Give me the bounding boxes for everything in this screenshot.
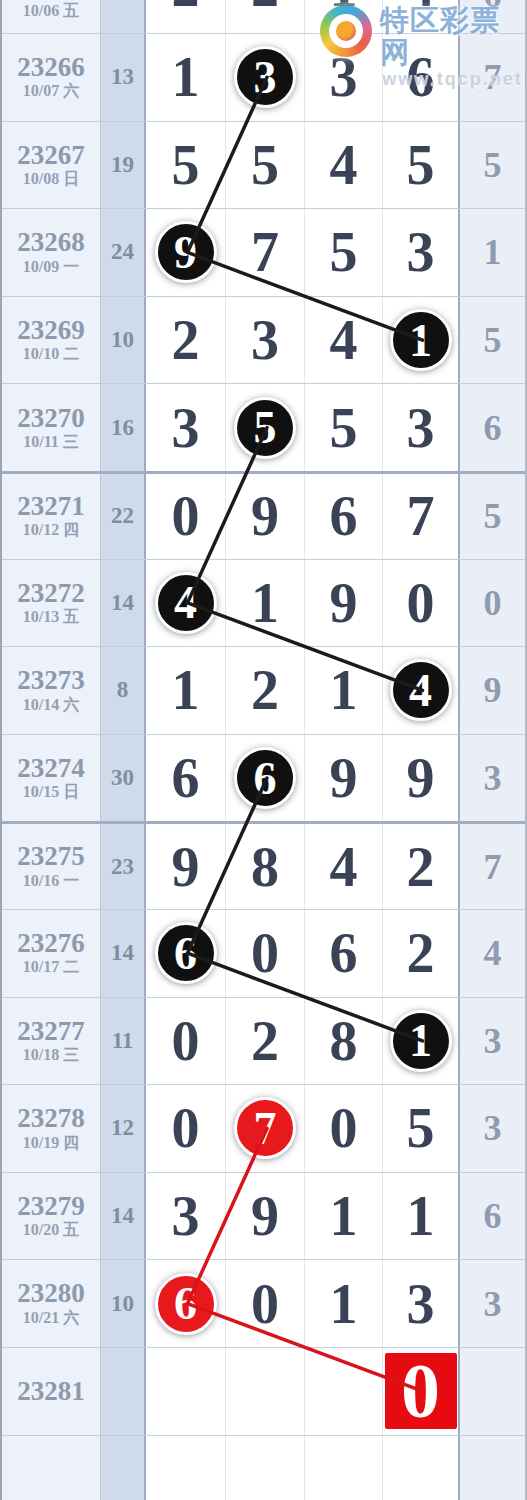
draw-date: 10/19 四	[23, 1133, 79, 1153]
chart-row: 2327510/16 一2398427	[2, 821, 525, 909]
digit-cell: 8	[305, 998, 383, 1085]
draw-date: 10/12 四	[23, 520, 79, 540]
extra-digit-value: 5	[484, 147, 502, 183]
sum-value: 8	[117, 677, 129, 703]
issue-number: 23274	[17, 754, 85, 782]
sum-value: 14	[111, 940, 134, 966]
chart-row: 2327110/12 四2209675	[2, 471, 525, 559]
issue-cell: 2327810/19 四	[2, 1085, 101, 1172]
digit-cell: 5	[146, 122, 226, 209]
digit-value: 1	[330, 662, 358, 718]
red-circle-marker: 6	[155, 1273, 217, 1335]
digit-value: 3	[407, 1276, 435, 1332]
digit-cell: 7	[226, 209, 305, 296]
draw-date: 10/08 日	[23, 169, 79, 189]
draw-date: 10/14 六	[23, 695, 79, 715]
digit-value: 9	[330, 575, 358, 631]
digit-value: 1	[330, 1276, 358, 1332]
digit-cell: 6	[146, 735, 226, 822]
digit-cell: 3	[146, 1173, 226, 1260]
red-square-marker: 0	[385, 1353, 457, 1429]
digit-value: 0	[251, 925, 279, 981]
extra-digit-value: 3	[484, 1286, 502, 1322]
digit-value: 0	[172, 1100, 200, 1156]
sum-cell: 14	[101, 910, 146, 997]
digit-cell	[146, 1436, 226, 1500]
extra-digit-cell: 5	[460, 474, 525, 559]
digit-cell: 6	[305, 474, 383, 559]
draw-date: 10/07 六	[23, 81, 79, 101]
digit-value: 3	[407, 224, 435, 280]
issue-cell: 2327110/12 四	[2, 474, 101, 559]
digit-cell: 2	[146, 0, 226, 33]
extra-digit-value: 3	[484, 760, 502, 796]
sum-cell	[101, 1436, 146, 1500]
sum-cell	[101, 1348, 146, 1435]
chart-row: 2327610/17 二1460624	[2, 909, 525, 997]
digit-cell: 9	[305, 560, 383, 647]
digit-value: 7	[251, 224, 279, 280]
digit-cell: 4	[305, 824, 383, 909]
sum-cell: 10	[101, 297, 146, 384]
draw-date: 10/21 六	[23, 1308, 79, 1328]
black-circle-marker: 6	[155, 922, 217, 984]
issue-number: 23275	[17, 842, 85, 870]
digit-value: 4	[330, 312, 358, 368]
digit-cell: 6	[305, 910, 383, 997]
digit-cell: 3	[305, 34, 383, 121]
extra-digit-value: 3	[484, 1110, 502, 1146]
digit-value: 3	[251, 312, 279, 368]
digit-value: 6	[407, 49, 435, 105]
chart-row: 2326710/08 日1955455	[2, 121, 525, 209]
sum-value: 11	[112, 1028, 134, 1054]
digit-value: 1	[251, 575, 279, 631]
issue-cell	[2, 1436, 101, 1500]
draw-date: 10/18 三	[23, 1045, 79, 1065]
extra-digit-cell: 9	[460, 647, 525, 734]
digit-value: 5	[407, 1100, 435, 1156]
digit-cell: 4	[383, 647, 460, 734]
extra-digit-cell: 5	[460, 122, 525, 209]
digit-value: 4	[330, 839, 358, 895]
digit-value: 5	[330, 400, 358, 456]
extra-digit-value: 7	[484, 59, 502, 95]
issue-number: 23272	[17, 579, 85, 607]
sum-value: 10	[111, 1291, 134, 1317]
digit-value: 9	[172, 839, 200, 895]
issue-cell: 2327210/13 五	[2, 560, 101, 647]
chart-row: 2327310/14 六812149	[2, 646, 525, 734]
extra-digit-cell: 3	[460, 1260, 525, 1347]
lottery-trend-chart: 10/06 五221462326610/07 六13133672326710/0…	[0, 0, 527, 1500]
extra-digit-cell: 7	[460, 824, 525, 909]
digit-cell	[305, 1436, 383, 1500]
digit-cell: 4	[383, 0, 460, 33]
extra-digit-cell: 3	[460, 735, 525, 822]
digit-value: 0	[172, 488, 200, 544]
digit-value: 0	[172, 1013, 200, 1069]
sum-value: 30	[111, 765, 134, 791]
digit-cell: 7	[226, 1085, 305, 1172]
digit-value: 0	[330, 1100, 358, 1156]
black-circle-marker: 3	[234, 46, 296, 108]
issue-number: 23276	[17, 929, 85, 957]
chart-row: 2327010/11 三1635536	[2, 383, 525, 471]
issue-number: 23269	[17, 316, 85, 344]
sum-value: 13	[111, 64, 134, 90]
sum-cell: 12	[101, 1085, 146, 1172]
digit-cell: 6	[146, 1260, 226, 1347]
draw-date: 10/15 日	[23, 782, 79, 802]
black-circle-marker: 4	[390, 659, 452, 721]
digit-cell	[305, 1348, 383, 1435]
digit-cell: 3	[226, 34, 305, 121]
digit-value: 2	[251, 0, 279, 15]
trend-grid: 10/06 五221462326610/07 六13133672326710/0…	[2, 0, 525, 1500]
draw-date: 10/10 二	[23, 344, 79, 364]
digit-cell: 1	[305, 1173, 383, 1260]
digit-cell: 5	[305, 384, 383, 471]
extra-digit-value: 3	[484, 1023, 502, 1059]
digit-cell: 2	[383, 824, 460, 909]
digit-cell: 9	[146, 824, 226, 909]
digit-cell: 0	[226, 910, 305, 997]
digit-cell: 3	[226, 297, 305, 384]
issue-cell: 23281	[2, 1348, 101, 1435]
issue-number: 23271	[17, 492, 85, 520]
digit-cell	[383, 1436, 460, 1500]
digit-cell: 0	[146, 1085, 226, 1172]
digit-cell: 5	[305, 209, 383, 296]
digit-cell: 3	[146, 384, 226, 471]
sum-cell: 22	[101, 474, 146, 559]
sum-cell: 24	[101, 209, 146, 296]
sum-cell: 19	[101, 122, 146, 209]
digit-value: 9	[251, 1188, 279, 1244]
digit-cell: 2	[226, 0, 305, 33]
extra-digit-cell: 6	[460, 384, 525, 471]
digit-cell: 5	[226, 384, 305, 471]
issue-number: 23281	[17, 1377, 85, 1405]
digit-cell: 0	[305, 1085, 383, 1172]
extra-digit-cell	[460, 1348, 525, 1435]
digit-value: 9	[251, 488, 279, 544]
extra-digit-cell	[460, 1436, 525, 1500]
digit-value: 2	[172, 0, 200, 15]
extra-digit-cell: 1	[460, 209, 525, 296]
issue-cell: 2326810/09 一	[2, 209, 101, 296]
sum-value: 14	[111, 1203, 134, 1229]
sum-cell: 23	[101, 824, 146, 909]
digit-cell: 7	[383, 474, 460, 559]
digit-value: 5	[330, 224, 358, 280]
extra-digit-value: 7	[484, 849, 502, 885]
extra-digit-cell: 6	[460, 0, 525, 33]
extra-digit-value: 0	[484, 585, 502, 621]
digit-cell: 2	[383, 910, 460, 997]
chart-row: 2328010/21 六1060133	[2, 1259, 525, 1347]
chart-row: 232810	[2, 1347, 525, 1435]
draw-date: 10/11 三	[23, 432, 79, 452]
black-circle-marker: 1	[390, 1010, 452, 1072]
digit-value: 5	[172, 137, 200, 193]
chart-row: 2327410/15 日3066993	[2, 734, 525, 822]
digit-cell: 9	[383, 735, 460, 822]
digit-value: 1	[407, 1188, 435, 1244]
issue-number: 23266	[17, 53, 85, 81]
digit-cell: 1	[146, 34, 226, 121]
draw-date: 10/09 一	[23, 257, 79, 277]
sum-cell: 14	[101, 560, 146, 647]
digit-cell: 6	[383, 34, 460, 121]
digit-cell: 0	[146, 998, 226, 1085]
digit-value: 8	[251, 839, 279, 895]
digit-cell: 1	[305, 647, 383, 734]
digit-value: 9	[330, 750, 358, 806]
digit-value: 0	[251, 1276, 279, 1332]
sum-value: 10	[111, 327, 134, 353]
digit-cell: 9	[146, 209, 226, 296]
issue-cell: 2327510/16 一	[2, 824, 101, 909]
digit-value: 1	[172, 662, 200, 718]
issue-number: 23267	[17, 141, 85, 169]
extra-digit-value: 9	[484, 672, 502, 708]
digit-cell: 1	[146, 647, 226, 734]
sum-value: 24	[111, 239, 134, 265]
digit-value: 1	[330, 1188, 358, 1244]
chart-row: 2326810/09 一2497531	[2, 208, 525, 296]
extra-digit-cell: 0	[460, 560, 525, 647]
issue-number: 23268	[17, 228, 85, 256]
sum-cell: 30	[101, 735, 146, 822]
digit-value: 4	[330, 137, 358, 193]
issue-number: 23278	[17, 1104, 85, 1132]
digit-value: 8	[330, 1013, 358, 1069]
digit-value: 4	[407, 0, 435, 15]
issue-cell: 10/06 五	[2, 0, 101, 33]
digit-cell: 1	[226, 560, 305, 647]
digit-cell: 4	[305, 297, 383, 384]
issue-cell: 2326910/10 二	[2, 297, 101, 384]
extra-digit-value: 6	[484, 0, 502, 13]
digit-cell	[146, 1348, 226, 1435]
digit-cell: 6	[146, 910, 226, 997]
digit-value: 1	[330, 0, 358, 15]
chart-row: 10/06 五22146	[2, 0, 525, 33]
draw-date: 10/17 二	[23, 957, 79, 977]
digit-cell: 1	[383, 297, 460, 384]
chart-row: 2327810/19 四1207053	[2, 1084, 525, 1172]
issue-cell: 2327310/14 六	[2, 647, 101, 734]
sum-cell	[101, 0, 146, 33]
issue-number: 23277	[17, 1017, 85, 1045]
digit-value: 5	[407, 137, 435, 193]
extra-digit-value: 4	[484, 935, 502, 971]
black-circle-marker: 6	[234, 747, 296, 809]
digit-cell: 5	[226, 122, 305, 209]
digit-cell: 0	[226, 1260, 305, 1347]
black-circle-marker: 9	[155, 221, 217, 283]
extra-digit-cell: 7	[460, 34, 525, 121]
extra-digit-value: 6	[484, 410, 502, 446]
chart-row: 2326910/10 二1023415	[2, 296, 525, 384]
sum-value: 23	[111, 854, 134, 880]
black-circle-marker: 5	[234, 397, 296, 459]
digit-value: 6	[330, 488, 358, 544]
digit-value: 2	[172, 312, 200, 368]
digit-value: 3	[172, 1188, 200, 1244]
sum-cell: 14	[101, 1173, 146, 1260]
sum-cell: 13	[101, 34, 146, 121]
sum-value: 19	[111, 152, 134, 178]
issue-cell: 2326610/07 六	[2, 34, 101, 121]
draw-date: 10/20 五	[23, 1220, 79, 1240]
digit-cell: 8	[226, 824, 305, 909]
sum-value: 14	[111, 590, 134, 616]
issue-cell: 2327610/17 二	[2, 910, 101, 997]
digit-cell: 2	[226, 647, 305, 734]
digit-value: 3	[172, 400, 200, 456]
issue-cell: 2327710/18 三	[2, 998, 101, 1085]
digit-cell: 3	[383, 209, 460, 296]
issue-number: 23270	[17, 404, 85, 432]
sum-value: 22	[111, 503, 134, 529]
digit-cell: 0	[146, 474, 226, 559]
black-circle-marker: 1	[390, 309, 452, 371]
issue-number: 23273	[17, 666, 85, 694]
sum-cell: 11	[101, 998, 146, 1085]
digit-value: 6	[172, 750, 200, 806]
extra-digit-value: 5	[484, 322, 502, 358]
digit-cell: 4	[146, 560, 226, 647]
digit-value: 5	[251, 137, 279, 193]
digit-cell: 6	[226, 735, 305, 822]
issue-cell: 2327910/20 五	[2, 1173, 101, 1260]
digit-value: 2	[407, 839, 435, 895]
issue-number: 23280	[17, 1279, 85, 1307]
digit-value: 7	[407, 488, 435, 544]
digit-value: 2	[251, 662, 279, 718]
chart-row: 2327710/18 三1102813	[2, 997, 525, 1085]
extra-digit-cell: 4	[460, 910, 525, 997]
digit-value: 3	[330, 49, 358, 105]
digit-cell	[226, 1436, 305, 1500]
digit-cell: 2	[146, 297, 226, 384]
extra-digit-cell: 6	[460, 1173, 525, 1260]
issue-number: 23279	[17, 1192, 85, 1220]
sum-cell: 8	[101, 647, 146, 734]
digit-cell: 1	[305, 1260, 383, 1347]
draw-date: 10/16 一	[23, 871, 79, 891]
digit-cell: 3	[383, 384, 460, 471]
sum-value: 12	[111, 1115, 134, 1141]
digit-cell: 3	[383, 1260, 460, 1347]
issue-cell: 2327410/15 日	[2, 735, 101, 822]
digit-value: 3	[407, 400, 435, 456]
digit-cell	[226, 1348, 305, 1435]
extra-digit-cell: 3	[460, 998, 525, 1085]
digit-value: 0	[407, 575, 435, 631]
digit-cell: 2	[226, 998, 305, 1085]
extra-digit-cell: 5	[460, 297, 525, 384]
issue-cell: 2327010/11 三	[2, 384, 101, 471]
extra-digit-value: 5	[484, 498, 502, 534]
chart-row: 2327910/20 五1439116	[2, 1172, 525, 1260]
digit-cell: 1	[305, 0, 383, 33]
digit-cell: 0	[383, 1348, 460, 1435]
digit-value: 6	[330, 925, 358, 981]
digit-cell: 9	[305, 735, 383, 822]
draw-date: 10/06 五	[23, 1, 79, 21]
digit-value: 2	[407, 925, 435, 981]
black-circle-marker: 4	[155, 572, 217, 634]
issue-cell: 2326710/08 日	[2, 122, 101, 209]
extra-digit-value: 6	[484, 1198, 502, 1234]
chart-row: 2326610/07 六1313367	[2, 33, 525, 121]
draw-date: 10/13 五	[23, 607, 79, 627]
digit-value: 9	[407, 750, 435, 806]
chart-row: 2327210/13 五1441900	[2, 559, 525, 647]
red-circle-marker: 7	[234, 1097, 296, 1159]
digit-cell: 1	[383, 998, 460, 1085]
sum-cell: 16	[101, 384, 146, 471]
digit-value: 1	[172, 49, 200, 105]
digit-value: 2	[251, 1013, 279, 1069]
digit-cell: 4	[305, 122, 383, 209]
digit-cell: 1	[383, 1173, 460, 1260]
extra-digit-value: 1	[484, 234, 502, 270]
digit-cell: 5	[383, 122, 460, 209]
issue-cell: 2328010/21 六	[2, 1260, 101, 1347]
digit-cell: 5	[383, 1085, 460, 1172]
digit-cell: 9	[226, 1173, 305, 1260]
sum-value: 16	[111, 415, 134, 441]
chart-row	[2, 1435, 525, 1500]
sum-cell: 10	[101, 1260, 146, 1347]
extra-digit-cell: 3	[460, 1085, 525, 1172]
digit-cell: 0	[383, 560, 460, 647]
digit-cell: 9	[226, 474, 305, 559]
